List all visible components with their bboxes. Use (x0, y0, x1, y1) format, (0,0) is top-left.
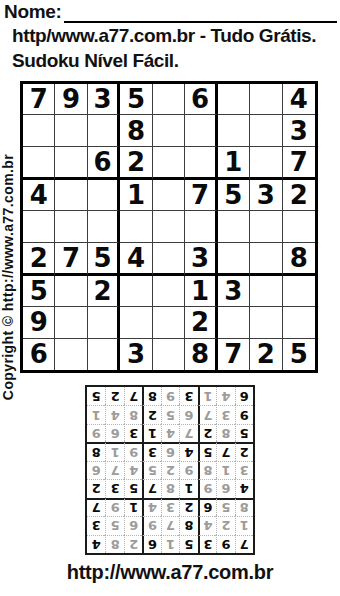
solution-cell-r8c7: 8 (124, 405, 142, 423)
solution-cell-r7c9: 9 (87, 424, 105, 442)
solution-cell-r7c4: 7 (179, 424, 197, 442)
puzzle-cell-r4c5[interactable] (153, 180, 185, 211)
solution-cell-r3c3: 6 (198, 498, 216, 516)
solution-cell-r2c9: 3 (87, 516, 105, 534)
puzzle-cell-r6c3[interactable]: 5 (88, 243, 120, 276)
puzzle-cell-r8c2[interactable] (55, 307, 87, 338)
puzzle-cell-r9c7[interactable]: 7 (218, 339, 250, 370)
name-label: Nome: (4, 1, 62, 23)
solution-cell-r3c9: 7 (87, 498, 105, 516)
puzzle-cell-r5c2[interactable] (55, 211, 87, 242)
puzzle-level-title: Sudoku Nível Fácil. (12, 50, 179, 72)
solution-cell-r5c7: 4 (124, 461, 142, 479)
puzzle-cell-r3c9[interactable]: 7 (283, 147, 315, 180)
puzzle-cell-r6c7[interactable] (218, 243, 250, 276)
puzzle-cell-r4c3[interactable] (88, 180, 120, 211)
puzzle-cell-r5c7[interactable] (218, 211, 250, 242)
puzzle-cell-r5c4[interactable] (120, 211, 152, 242)
puzzle-cell-r7c2[interactable] (55, 276, 87, 307)
solution-cell-r7c5: 4 (161, 424, 179, 442)
solution-cell-r4c4: 1 (179, 479, 197, 497)
puzzle-cell-r5c3[interactable] (88, 211, 120, 242)
puzzle-cell-r1c4[interactable]: 5 (120, 84, 152, 115)
solution-cell-r5c6: 5 (142, 461, 160, 479)
puzzle-cell-r8c3[interactable] (88, 307, 120, 338)
solution-cell-r2c6: 9 (142, 516, 160, 534)
solution-cell-r1c5: 1 (161, 535, 179, 553)
solution-cell-r3c5: 3 (161, 498, 179, 516)
solution-cell-r6c7: 9 (124, 442, 142, 460)
solution-cell-r5c8: 7 (105, 461, 123, 479)
solution-cell-r9c9: 5 (87, 387, 105, 405)
solution-cell-r6c5: 6 (161, 442, 179, 460)
solution-cell-r7c3: 2 (198, 424, 216, 442)
copyright-vertical-text: Copyright © http://www.a77.com.br (0, 127, 18, 427)
solution-cell-r9c7: 7 (124, 387, 142, 405)
solution-cell-r9c6: 8 (142, 387, 160, 405)
solution-cell-r8c8: 4 (105, 405, 123, 423)
solution-cell-r9c5: 9 (161, 387, 179, 405)
puzzle-cell-r2c6[interactable] (185, 115, 217, 146)
solution-cell-r8c2: 3 (216, 405, 234, 423)
puzzle-cell-r9c5[interactable] (153, 339, 185, 370)
puzzle-cell-r5c5[interactable] (153, 211, 185, 242)
solution-cell-r6c3: 5 (198, 442, 216, 460)
solution-cell-r8c5: 5 (161, 405, 179, 423)
puzzle-cell-r1c2[interactable]: 9 (55, 84, 87, 115)
puzzle-cell-r6c1[interactable]: 2 (23, 243, 55, 276)
puzzle-cell-r1c8[interactable] (250, 84, 282, 115)
puzzle-cell-r6c4[interactable]: 4 (120, 243, 152, 276)
puzzle-cell-r9c3[interactable] (88, 339, 120, 370)
puzzle-cell-r3c7[interactable]: 1 (218, 147, 250, 180)
solution-cell-r9c2: 4 (216, 387, 234, 405)
puzzle-cell-r8c4[interactable] (120, 307, 152, 338)
solution-cell-r5c9: 6 (87, 461, 105, 479)
puzzle-cell-r2c1[interactable] (23, 115, 55, 146)
puzzle-cell-r7c6[interactable]: 1 (185, 276, 217, 307)
puzzle-cell-r3c5[interactable] (153, 147, 185, 180)
puzzle-cell-r8c1[interactable]: 9 (23, 307, 55, 338)
solution-cell-r4c2: 6 (216, 479, 234, 497)
solution-cell-r7c1: 5 (235, 424, 253, 442)
puzzle-cell-r9c6[interactable]: 8 (185, 339, 217, 370)
puzzle-cell-r9c9[interactable]: 5 (283, 339, 315, 370)
puzzle-cell-r4c4[interactable]: 1 (120, 180, 152, 211)
puzzle-cell-r1c3[interactable]: 3 (88, 84, 120, 115)
solution-cell-r2c4: 8 (179, 516, 197, 534)
solution-cell-r8c1: 9 (235, 405, 253, 423)
solution-cell-r1c1: 7 (235, 535, 253, 553)
sudoku-worksheet-page: Nome: http/www.a77.com.br - Tudo Grátis.… (0, 0, 340, 596)
puzzle-cell-r5c1[interactable] (23, 211, 55, 242)
puzzle-cell-r7c1[interactable]: 5 (23, 276, 55, 307)
solution-cell-r5c3: 8 (198, 461, 216, 479)
solution-cell-r5c4: 9 (179, 461, 197, 479)
solution-cell-r3c2: 5 (216, 498, 234, 516)
puzzle-cell-r6c2[interactable]: 7 (55, 243, 87, 276)
puzzle-cell-r1c6[interactable]: 6 (185, 84, 217, 115)
puzzle-cell-r3c2[interactable] (55, 147, 87, 180)
puzzle-cell-r8c8[interactable] (250, 307, 282, 338)
solution-cell-r1c2: 9 (216, 535, 234, 553)
solution-cell-r3c6: 4 (142, 498, 160, 516)
puzzle-cell-r4c1[interactable]: 4 (23, 180, 55, 211)
solution-cell-r4c6: 7 (142, 479, 160, 497)
puzzle-cell-r1c5[interactable] (153, 84, 185, 115)
puzzle-cell-r1c9[interactable]: 4 (283, 84, 315, 115)
puzzle-cell-r4c2[interactable] (55, 180, 87, 211)
puzzle-cell-r8c5[interactable] (153, 307, 185, 338)
solution-cell-r2c3: 4 (198, 516, 216, 534)
solution-cell-r6c8: 1 (105, 442, 123, 460)
solution-cell-r5c5: 2 (161, 461, 179, 479)
solution-cell-r6c6: 3 (142, 442, 160, 460)
puzzle-cell-r4c7[interactable]: 5 (218, 180, 250, 211)
solution-cell-r3c4: 2 (179, 498, 197, 516)
solution-cell-r3c7: 1 (124, 498, 142, 516)
puzzle-cell-r5c8[interactable] (250, 211, 282, 242)
solution-cell-r2c2: 2 (216, 516, 234, 534)
solution-cell-r1c9: 4 (87, 535, 105, 553)
solution-cell-r7c8: 6 (105, 424, 123, 442)
puzzle-cell-r2c8[interactable] (250, 115, 282, 146)
puzzle-cell-r9c2[interactable] (55, 339, 87, 370)
solution-cell-r6c2: 7 (216, 442, 234, 460)
puzzle-cell-r7c4[interactable] (120, 276, 152, 307)
puzzle-cell-r4c8[interactable]: 3 (250, 180, 282, 211)
puzzle-cell-r3c3[interactable]: 6 (88, 147, 120, 180)
solution-cell-r7c7: 3 (124, 424, 142, 442)
solution-cell-r7c6: 1 (142, 424, 160, 442)
puzzle-cell-r5c9[interactable] (283, 211, 315, 242)
solution-cell-r6c1: 2 (235, 442, 253, 460)
puzzle-cell-r7c3[interactable]: 2 (88, 276, 120, 307)
solution-cell-r2c8: 5 (105, 516, 123, 534)
solution-cell-r1c3: 3 (198, 535, 216, 553)
solution-cell-r1c4: 5 (179, 535, 197, 553)
solution-cell-r4c3: 9 (198, 479, 216, 497)
solution-cell-r1c6: 6 (142, 535, 160, 553)
sudoku-solution-grid-rotated: 7935162841248796538562341974691875323189… (85, 385, 255, 555)
solution-cell-r6c9: 8 (87, 442, 105, 460)
solution-cell-r9c8: 2 (105, 387, 123, 405)
solution-cell-r3c8: 9 (105, 498, 123, 516)
puzzle-cell-r5c6[interactable] (185, 211, 217, 242)
puzzle-cell-r8c9[interactable] (283, 307, 315, 338)
solution-cell-r4c8: 3 (105, 479, 123, 497)
solution-cell-r9c1: 6 (235, 387, 253, 405)
solution-cell-r1c7: 2 (124, 535, 142, 553)
puzzle-cell-r1c1[interactable]: 7 (23, 84, 55, 115)
solution-cell-r5c1: 3 (235, 461, 253, 479)
puzzle-cell-r3c8[interactable] (250, 147, 282, 180)
puzzle-cell-r2c9[interactable]: 3 (283, 115, 315, 146)
site-title: http/www.a77.com.br - Tudo Grátis. (12, 25, 316, 47)
footer-url: http://www.a77.com.br (0, 561, 340, 584)
solution-cell-r1c8: 8 (105, 535, 123, 553)
solution-cell-r3c1: 8 (235, 498, 253, 516)
puzzle-cell-r9c4[interactable]: 3 (120, 339, 152, 370)
solution-cell-r4c5: 8 (161, 479, 179, 497)
puzzle-cell-r2c7[interactable] (218, 115, 250, 146)
puzzle-cell-r8c6[interactable]: 2 (185, 307, 217, 338)
puzzle-cell-r6c9[interactable]: 8 (283, 243, 315, 276)
solution-cell-r2c1: 1 (235, 516, 253, 534)
puzzle-cell-r2c4[interactable]: 8 (120, 115, 152, 146)
solution-cell-r2c5: 7 (161, 516, 179, 534)
puzzle-cell-r2c2[interactable] (55, 115, 87, 146)
solution-cell-r9c3: 1 (198, 387, 216, 405)
puzzle-cell-r4c9[interactable]: 2 (283, 180, 315, 211)
solution-cell-r2c7: 6 (124, 516, 142, 534)
solution-cell-r5c2: 1 (216, 461, 234, 479)
puzzle-cell-r6c6[interactable]: 3 (185, 243, 217, 276)
solution-cell-r8c4: 6 (179, 405, 197, 423)
name-input-line[interactable] (64, 2, 337, 23)
puzzle-cell-r7c8[interactable] (250, 276, 282, 307)
solution-cell-r7c2: 8 (216, 424, 234, 442)
puzzle-cell-r4c6[interactable]: 7 (185, 180, 217, 211)
solution-cell-r4c1: 4 (235, 479, 253, 497)
puzzle-cell-r2c3[interactable] (88, 115, 120, 146)
solution-cell-r4c9: 2 (87, 479, 105, 497)
puzzle-cell-r9c8[interactable]: 2 (250, 339, 282, 370)
puzzle-cell-r7c7[interactable]: 3 (218, 276, 250, 307)
puzzle-cell-r7c5[interactable] (153, 276, 185, 307)
solution-cell-r9c4: 3 (179, 387, 197, 405)
name-row: Nome: (4, 1, 337, 23)
puzzle-cell-r6c8[interactable] (250, 243, 282, 276)
puzzle-cell-r3c1[interactable] (23, 147, 55, 180)
puzzle-cell-r1c7[interactable] (218, 84, 250, 115)
puzzle-cell-r8c7[interactable] (218, 307, 250, 338)
solution-cell-r8c9: 1 (87, 405, 105, 423)
puzzle-cell-r3c6[interactable] (185, 147, 217, 180)
puzzle-cell-r9c1[interactable]: 6 (23, 339, 55, 370)
sudoku-puzzle-grid: 793564836217417532275438521392638725 (20, 81, 318, 373)
puzzle-cell-r2c5[interactable] (153, 115, 185, 146)
solution-cell-r8c3: 7 (198, 405, 216, 423)
solution-cell-r6c4: 4 (179, 442, 197, 460)
solution-cell-r4c7: 5 (124, 479, 142, 497)
puzzle-cell-r3c4[interactable]: 2 (120, 147, 152, 180)
puzzle-cell-r6c5[interactable] (153, 243, 185, 276)
puzzle-cell-r7c9[interactable] (283, 276, 315, 307)
solution-cell-r8c6: 2 (142, 405, 160, 423)
